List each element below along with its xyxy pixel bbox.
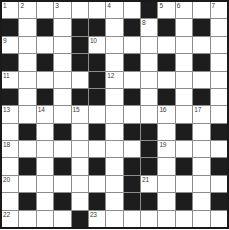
cell-10-7-block xyxy=(124,176,140,192)
cell-8-5[interactable] xyxy=(89,141,105,157)
cell-5-7-block xyxy=(124,89,140,105)
cell-12-8[interactable] xyxy=(141,211,157,227)
cell-2-7[interactable] xyxy=(124,37,140,53)
cell-11-8-block xyxy=(141,193,157,209)
clue-number-11: 11 xyxy=(3,72,9,80)
cell-2-12[interactable] xyxy=(211,37,227,53)
cell-7-1-block xyxy=(19,124,35,140)
cell-0-11[interactable] xyxy=(193,2,209,18)
cell-11-0[interactable] xyxy=(2,193,18,209)
cell-5-0-block xyxy=(2,89,18,105)
cell-2-11[interactable] xyxy=(193,37,209,53)
cell-5-3[interactable] xyxy=(54,89,70,105)
cell-10-6[interactable] xyxy=(106,176,122,192)
cell-0-2[interactable] xyxy=(37,2,53,18)
cell-3-7-block xyxy=(124,54,140,70)
cell-1-3[interactable] xyxy=(54,19,70,35)
clue-number-22: 22 xyxy=(3,211,10,219)
cell-3-5-block xyxy=(89,54,105,70)
cell-11-6[interactable] xyxy=(106,193,122,209)
clue-number-17: 17 xyxy=(194,106,201,114)
cell-8-10[interactable] xyxy=(176,141,192,157)
cell-6-11[interactable]: 17 xyxy=(193,106,209,122)
clue-number-23: 23 xyxy=(90,211,97,219)
cell-2-6[interactable] xyxy=(106,37,122,53)
cell-7-3-block xyxy=(54,124,70,140)
cell-6-7[interactable] xyxy=(124,106,140,122)
cell-1-10[interactable] xyxy=(176,19,192,35)
cell-2-8[interactable] xyxy=(141,37,157,53)
cell-6-4[interactable]: 15 xyxy=(72,106,88,122)
cell-6-12[interactable] xyxy=(211,106,227,122)
cell-7-11[interactable] xyxy=(193,124,209,140)
cell-1-12[interactable] xyxy=(211,19,227,35)
cell-6-8[interactable] xyxy=(141,106,157,122)
clue-number-12: 12 xyxy=(107,72,114,80)
cell-8-9[interactable]: 19 xyxy=(158,141,174,157)
clue-number-18: 18 xyxy=(3,141,10,149)
cell-0-3[interactable]: 3 xyxy=(54,2,70,18)
cell-7-12-block xyxy=(211,124,227,140)
cell-0-1[interactable]: 2 xyxy=(19,2,35,18)
cell-3-6[interactable] xyxy=(106,54,122,70)
clue-number-14: 14 xyxy=(38,106,45,114)
cell-12-9[interactable] xyxy=(158,211,174,227)
crossword-board: 1234567891011121314151617181920212223 xyxy=(0,0,229,229)
cell-11-4[interactable] xyxy=(72,193,88,209)
cell-2-5[interactable]: 10 xyxy=(89,37,105,53)
clue-number-1: 1 xyxy=(3,2,6,10)
cell-9-9[interactable] xyxy=(158,158,174,174)
clue-number-13: 13 xyxy=(3,106,10,114)
cell-4-10[interactable] xyxy=(176,72,192,88)
cell-3-10[interactable] xyxy=(176,54,192,70)
cell-12-1[interactable] xyxy=(19,211,35,227)
cell-12-11[interactable] xyxy=(193,211,209,227)
cell-5-12[interactable] xyxy=(211,89,227,105)
cell-11-3-block xyxy=(54,193,70,209)
cell-3-4-block xyxy=(72,54,88,70)
cell-12-10[interactable] xyxy=(176,211,192,227)
cell-3-11-block xyxy=(193,54,209,70)
cell-5-10[interactable] xyxy=(176,89,192,105)
cell-1-9-block xyxy=(158,19,174,35)
cell-10-12[interactable] xyxy=(211,176,227,192)
cell-4-6[interactable]: 12 xyxy=(106,72,122,88)
cell-12-5[interactable]: 23 xyxy=(89,211,105,227)
cell-7-5-block xyxy=(89,124,105,140)
cell-7-4[interactable] xyxy=(72,124,88,140)
cell-7-10-block xyxy=(176,124,192,140)
cell-9-3-block xyxy=(54,158,70,174)
clue-number-16: 16 xyxy=(159,106,166,114)
cell-3-1[interactable] xyxy=(19,54,35,70)
cell-1-11-block xyxy=(193,19,209,35)
cell-11-12-block xyxy=(211,193,227,209)
cell-2-0[interactable]: 9 xyxy=(2,37,18,53)
cell-9-8-block xyxy=(141,158,157,174)
cell-5-8[interactable] xyxy=(141,89,157,105)
clue-number-5: 5 xyxy=(159,2,162,10)
cell-5-9-block xyxy=(158,89,174,105)
cell-3-9-block xyxy=(158,54,174,70)
cell-9-2[interactable] xyxy=(37,158,53,174)
cell-9-1-block xyxy=(19,158,35,174)
cell-3-12[interactable] xyxy=(211,54,227,70)
cell-3-3[interactable] xyxy=(54,54,70,70)
cell-9-5-block xyxy=(89,158,105,174)
cell-6-10[interactable] xyxy=(176,106,192,122)
cell-8-4[interactable] xyxy=(72,141,88,157)
cell-5-5-block xyxy=(89,89,105,105)
clue-number-3: 3 xyxy=(55,2,58,10)
cell-4-2[interactable] xyxy=(37,72,53,88)
cell-9-10-block xyxy=(176,158,192,174)
cell-0-12[interactable]: 7 xyxy=(211,2,227,18)
clue-number-8: 8 xyxy=(142,19,145,27)
clue-number-20: 20 xyxy=(3,176,10,184)
cell-4-8[interactable] xyxy=(141,72,157,88)
cell-12-0[interactable]: 22 xyxy=(2,211,18,227)
cell-11-9[interactable] xyxy=(158,193,174,209)
cell-4-9[interactable] xyxy=(158,72,174,88)
cell-4-0[interactable]: 11 xyxy=(2,72,18,88)
cell-0-4[interactable] xyxy=(72,2,88,18)
cell-8-7[interactable] xyxy=(124,141,140,157)
cell-12-3[interactable] xyxy=(54,211,70,227)
cell-5-11-block xyxy=(193,89,209,105)
cell-9-4[interactable] xyxy=(72,158,88,174)
cell-4-5-block xyxy=(89,72,105,88)
cell-12-2[interactable] xyxy=(37,211,53,227)
cell-3-2-block xyxy=(37,54,53,70)
cell-2-3[interactable] xyxy=(54,37,70,53)
cell-1-1[interactable] xyxy=(19,19,35,35)
cell-6-3[interactable] xyxy=(54,106,70,122)
cell-9-12-block xyxy=(211,158,227,174)
cell-7-7-block xyxy=(124,124,140,140)
cell-1-4-block xyxy=(72,19,88,35)
cell-8-8-block xyxy=(141,141,157,157)
cell-10-9[interactable] xyxy=(158,176,174,192)
cell-6-6[interactable] xyxy=(106,106,122,122)
cell-10-8[interactable]: 21 xyxy=(141,176,157,192)
cell-0-5[interactable] xyxy=(89,2,105,18)
cell-10-4[interactable] xyxy=(72,176,88,192)
cell-5-4-block xyxy=(72,89,88,105)
cell-1-6[interactable] xyxy=(106,19,122,35)
cell-11-5-block xyxy=(89,193,105,209)
cell-8-6[interactable] xyxy=(106,141,122,157)
cell-11-1-block xyxy=(19,193,35,209)
cell-0-6[interactable]: 4 xyxy=(106,2,122,18)
clue-number-10: 10 xyxy=(90,37,97,45)
cell-10-1[interactable] xyxy=(19,176,35,192)
clue-number-4: 4 xyxy=(107,2,110,10)
cell-9-11[interactable] xyxy=(193,158,209,174)
cell-7-9[interactable] xyxy=(158,124,174,140)
cell-2-10[interactable] xyxy=(176,37,192,53)
cell-8-0[interactable]: 18 xyxy=(2,141,18,157)
cell-0-8-block xyxy=(141,2,157,18)
cell-8-12[interactable] xyxy=(211,141,227,157)
clue-number-21: 21 xyxy=(142,176,149,184)
clue-number-6: 6 xyxy=(177,2,180,10)
cell-1-2-block xyxy=(37,19,53,35)
cell-2-2[interactable] xyxy=(37,37,53,53)
cell-7-2[interactable] xyxy=(37,124,53,140)
cell-12-4-block xyxy=(72,211,88,227)
cell-8-2[interactable] xyxy=(37,141,53,157)
cell-6-0[interactable]: 13 xyxy=(2,106,18,122)
cell-3-0-block xyxy=(2,54,18,70)
cell-12-7[interactable] xyxy=(124,211,140,227)
cell-4-1[interactable] xyxy=(19,72,35,88)
cell-5-1[interactable] xyxy=(19,89,35,105)
cell-5-6[interactable] xyxy=(106,89,122,105)
cell-8-3[interactable] xyxy=(54,141,70,157)
cell-7-6[interactable] xyxy=(106,124,122,140)
cell-12-12[interactable] xyxy=(211,211,227,227)
cell-2-4-block xyxy=(72,37,88,53)
clue-number-2: 2 xyxy=(20,2,23,10)
cell-6-9[interactable]: 16 xyxy=(158,106,174,122)
cell-4-3[interactable] xyxy=(54,72,70,88)
cell-10-3[interactable] xyxy=(54,176,70,192)
cell-2-9[interactable] xyxy=(158,37,174,53)
clue-number-19: 19 xyxy=(159,141,166,149)
cell-11-7-block xyxy=(124,193,140,209)
cell-7-0[interactable] xyxy=(2,124,18,140)
cell-10-10[interactable] xyxy=(176,176,192,192)
cell-0-0[interactable]: 1 xyxy=(2,2,18,18)
cell-6-2[interactable]: 14 xyxy=(37,106,53,122)
cell-1-7-block xyxy=(124,19,140,35)
cell-6-1[interactable] xyxy=(19,106,35,122)
cell-3-8[interactable] xyxy=(141,54,157,70)
cell-0-7[interactable] xyxy=(124,2,140,18)
cell-7-8-block xyxy=(141,124,157,140)
cell-10-5[interactable] xyxy=(89,176,105,192)
cell-9-0[interactable] xyxy=(2,158,18,174)
cell-1-5-block xyxy=(89,19,105,35)
clue-number-9: 9 xyxy=(3,37,6,45)
cell-0-10[interactable]: 6 xyxy=(176,2,192,18)
cell-11-11[interactable] xyxy=(193,193,209,209)
cell-10-0[interactable]: 20 xyxy=(2,176,18,192)
cell-11-10-block xyxy=(176,193,192,209)
cell-4-7[interactable] xyxy=(124,72,140,88)
cell-9-6[interactable] xyxy=(106,158,122,174)
cell-12-6[interactable] xyxy=(106,211,122,227)
cell-5-2-block xyxy=(37,89,53,105)
cell-4-12[interactable] xyxy=(211,72,227,88)
cell-0-9[interactable]: 5 xyxy=(158,2,174,18)
cell-4-11[interactable] xyxy=(193,72,209,88)
cell-4-4[interactable] xyxy=(72,72,88,88)
cell-8-1[interactable] xyxy=(19,141,35,157)
clue-number-15: 15 xyxy=(73,106,80,114)
cell-11-2[interactable] xyxy=(37,193,53,209)
cell-6-5[interactable] xyxy=(89,106,105,122)
cell-1-8[interactable]: 8 xyxy=(141,19,157,35)
cell-10-11[interactable] xyxy=(193,176,209,192)
clue-number-7: 7 xyxy=(212,2,215,10)
cell-9-7-block xyxy=(124,158,140,174)
cell-8-11[interactable] xyxy=(193,141,209,157)
cell-1-0-block xyxy=(2,19,18,35)
cell-10-2[interactable] xyxy=(37,176,53,192)
cell-2-1[interactable] xyxy=(19,37,35,53)
